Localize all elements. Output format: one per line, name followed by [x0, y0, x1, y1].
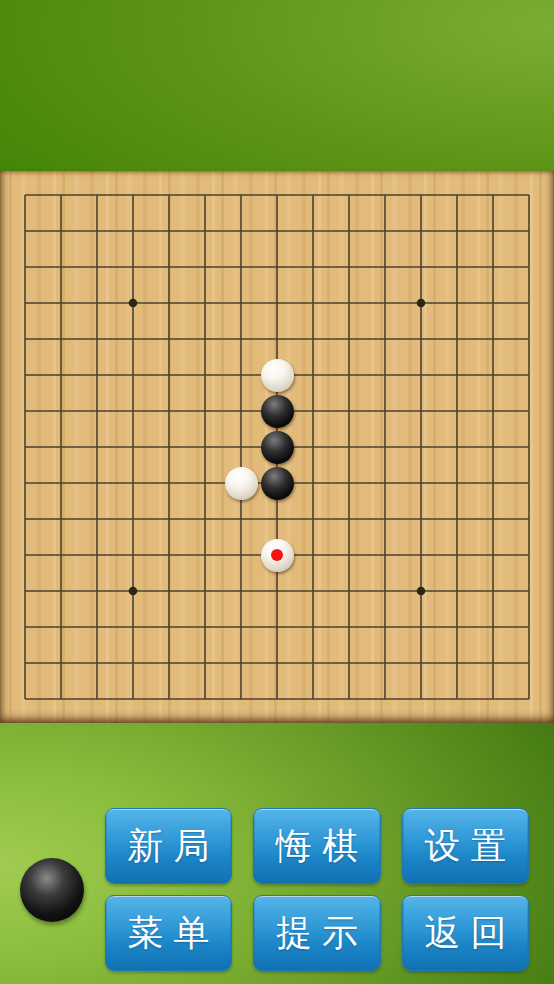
back-button[interactable]: 返回 [402, 895, 529, 971]
settings-button[interactable]: 设置 [402, 808, 529, 884]
black-stone [261, 431, 294, 464]
black-stone [261, 395, 294, 428]
white-stone [261, 359, 294, 392]
button-grid: 新局 悔棋 设置 菜单 提示 返回 [105, 808, 529, 971]
white-stone [261, 539, 294, 572]
turn-indicator-stone [20, 858, 84, 922]
gomoku-board[interactable] [0, 171, 554, 723]
new-game-button[interactable]: 新局 [105, 808, 232, 884]
top-background [0, 0, 554, 171]
black-stone [261, 467, 294, 500]
stones-layer[interactable] [7, 177, 547, 717]
last-move-marker [271, 549, 283, 561]
bottom-panel: 新局 悔棋 设置 菜单 提示 返回 [0, 723, 554, 984]
undo-button[interactable]: 悔棋 [253, 808, 381, 884]
app-screen: 新局 悔棋 设置 菜单 提示 返回 [0, 0, 554, 984]
white-stone [225, 467, 258, 500]
menu-button[interactable]: 菜单 [105, 895, 232, 971]
hint-button[interactable]: 提示 [253, 895, 381, 971]
